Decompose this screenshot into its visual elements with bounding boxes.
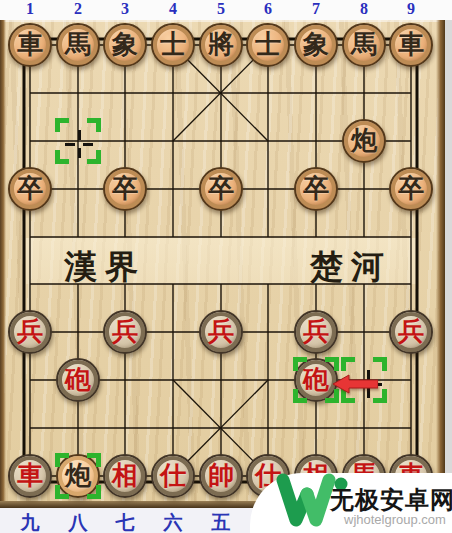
xiangqi-app-screen: 123456789 漢界 楚河 車馬象士將士象馬車炮卒卒卒卒卒兵兵兵兵兵砲砲車炮…	[0, 0, 452, 533]
piece-red-chariot[interactable]: 車	[8, 454, 52, 498]
river-label-left: 漢界	[64, 245, 146, 290]
piece-black-soldier[interactable]: 卒	[8, 167, 52, 211]
piece-black-cannon[interactable]: 炮	[56, 454, 100, 498]
board-edge-top	[0, 20, 445, 22]
top-file-label-4: 4	[163, 0, 183, 18]
watermark-domain-text: wjhotelgroup.com	[344, 512, 446, 527]
piece-red-soldier[interactable]: 兵	[8, 310, 52, 354]
bottom-file-label-3: 七	[113, 510, 137, 533]
piece-black-elephant[interactable]: 象	[294, 23, 338, 67]
piece-black-soldier[interactable]: 卒	[389, 167, 433, 211]
right-background-strip	[445, 20, 452, 508]
piece-black-advisor[interactable]: 士	[151, 23, 195, 67]
piece-red-soldier[interactable]: 兵	[103, 310, 147, 354]
board-edge-left	[0, 20, 6, 508]
top-file-label-3: 3	[115, 0, 135, 18]
piece-red-cannon[interactable]: 砲	[56, 358, 100, 402]
bottom-file-label-4: 六	[161, 510, 185, 533]
bottom-file-label-5: 五	[209, 510, 233, 533]
piece-black-chariot[interactable]: 車	[389, 23, 433, 67]
board-edge-right	[436, 20, 445, 508]
piece-black-chariot[interactable]: 車	[8, 23, 52, 67]
piece-black-cannon[interactable]: 炮	[342, 119, 386, 163]
bottom-file-label-2: 八	[66, 510, 90, 533]
piece-red-soldier[interactable]: 兵	[199, 310, 243, 354]
piece-red-advisor[interactable]: 仕	[151, 454, 195, 498]
piece-red-elephant[interactable]: 相	[103, 454, 147, 498]
piece-red-soldier[interactable]: 兵	[389, 310, 433, 354]
bottom-file-label-1: 九	[18, 510, 42, 533]
piece-black-soldier[interactable]: 卒	[103, 167, 147, 211]
top-file-labels: 123456789	[0, 0, 452, 20]
top-file-label-2: 2	[68, 0, 88, 18]
top-file-label-9: 9	[401, 0, 421, 18]
piece-black-soldier[interactable]: 卒	[294, 167, 338, 211]
piece-black-advisor[interactable]: 士	[246, 23, 290, 67]
piece-black-general[interactable]: 將	[199, 23, 243, 67]
piece-black-horse[interactable]: 馬	[56, 23, 100, 67]
top-file-label-8: 8	[354, 0, 374, 18]
piece-red-cannon[interactable]: 砲	[294, 358, 338, 402]
piece-red-general[interactable]: 帥	[199, 454, 243, 498]
top-file-label-7: 7	[306, 0, 326, 18]
top-file-label-6: 6	[258, 0, 278, 18]
top-file-label-5: 5	[211, 0, 231, 18]
river-label-right: 楚河	[310, 245, 392, 290]
top-file-label-1: 1	[20, 0, 40, 18]
piece-black-elephant[interactable]: 象	[103, 23, 147, 67]
piece-red-soldier[interactable]: 兵	[294, 310, 338, 354]
piece-black-horse[interactable]: 馬	[342, 23, 386, 67]
piece-black-soldier[interactable]: 卒	[199, 167, 243, 211]
